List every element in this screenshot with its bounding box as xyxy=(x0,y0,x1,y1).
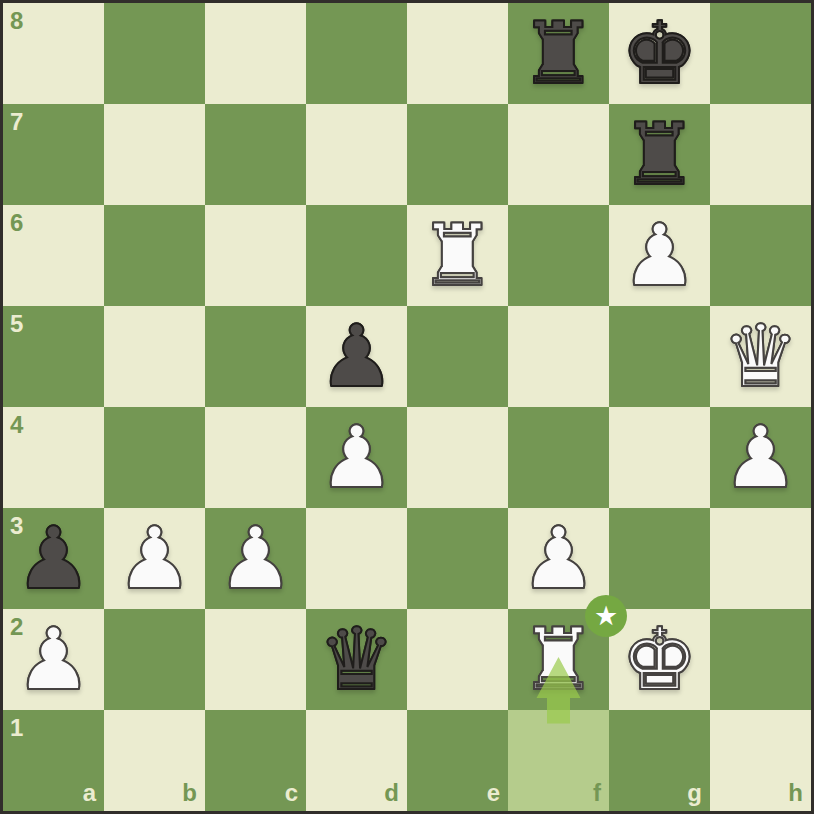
square-e4[interactable] xyxy=(407,407,508,508)
rank-label-7: 7 xyxy=(10,108,23,136)
square-d7[interactable] xyxy=(306,104,407,205)
square-c5[interactable] xyxy=(205,306,306,407)
chess-board: 8♜♚7♜6♜♟5♟♛4♟♟3♟♟♟♟2♟♛♜♚1abcdefgh xyxy=(3,3,811,811)
piece-black-queen-d2[interactable]: ♛ xyxy=(306,609,407,710)
square-f3[interactable]: ♟ xyxy=(508,508,609,609)
square-h1[interactable]: h xyxy=(710,710,811,811)
square-b1[interactable]: b xyxy=(104,710,205,811)
file-label-c: c xyxy=(285,779,298,807)
square-g5[interactable] xyxy=(609,306,710,407)
square-g6[interactable]: ♟ xyxy=(609,205,710,306)
square-f6[interactable] xyxy=(508,205,609,306)
square-g8[interactable]: ♚ xyxy=(609,3,710,104)
square-g4[interactable] xyxy=(609,407,710,508)
square-a1[interactable]: 1a xyxy=(3,710,104,811)
rank-label-5: 5 xyxy=(10,310,23,338)
square-f8[interactable]: ♜ xyxy=(508,3,609,104)
square-h5[interactable]: ♛ xyxy=(710,306,811,407)
square-c3[interactable]: ♟ xyxy=(205,508,306,609)
square-f7[interactable] xyxy=(508,104,609,205)
square-b4[interactable] xyxy=(104,407,205,508)
piece-white-pawn-c3[interactable]: ♟ xyxy=(205,508,306,609)
square-d1[interactable]: d xyxy=(306,710,407,811)
piece-black-rook-f8[interactable]: ♜ xyxy=(508,3,609,104)
square-c4[interactable] xyxy=(205,407,306,508)
piece-black-pawn-d5[interactable]: ♟ xyxy=(306,306,407,407)
square-a5[interactable]: 5 xyxy=(3,306,104,407)
piece-white-queen-h5[interactable]: ♛ xyxy=(710,306,811,407)
square-e8[interactable] xyxy=(407,3,508,104)
square-b3[interactable]: ♟ xyxy=(104,508,205,609)
piece-white-rook-f2[interactable]: ♜ xyxy=(508,609,609,710)
square-f4[interactable] xyxy=(508,407,609,508)
file-label-b: b xyxy=(182,779,197,807)
piece-white-rook-e6[interactable]: ♜ xyxy=(407,205,508,306)
square-h7[interactable] xyxy=(710,104,811,205)
square-a7[interactable]: 7 xyxy=(3,104,104,205)
square-a6[interactable]: 6 xyxy=(3,205,104,306)
rank-label-6: 6 xyxy=(10,209,23,237)
square-h2[interactable] xyxy=(710,609,811,710)
square-a2[interactable]: 2♟ xyxy=(3,609,104,710)
square-e6[interactable]: ♜ xyxy=(407,205,508,306)
square-d4[interactable]: ♟ xyxy=(306,407,407,508)
piece-white-pawn-g6[interactable]: ♟ xyxy=(609,205,710,306)
square-h6[interactable] xyxy=(710,205,811,306)
square-e1[interactable]: e xyxy=(407,710,508,811)
piece-white-pawn-h4[interactable]: ♟ xyxy=(710,407,811,508)
piece-black-rook-g7[interactable]: ♜ xyxy=(609,104,710,205)
square-e7[interactable] xyxy=(407,104,508,205)
square-c2[interactable] xyxy=(205,609,306,710)
piece-white-pawn-f3[interactable]: ♟ xyxy=(508,508,609,609)
square-a3[interactable]: 3♟ xyxy=(3,508,104,609)
square-d3[interactable] xyxy=(306,508,407,609)
rank-label-3: 3 xyxy=(10,512,23,540)
square-d5[interactable]: ♟ xyxy=(306,306,407,407)
square-b8[interactable] xyxy=(104,3,205,104)
square-c8[interactable] xyxy=(205,3,306,104)
square-d6[interactable] xyxy=(306,205,407,306)
square-g2[interactable]: ♚ xyxy=(609,609,710,710)
piece-white-king-g2[interactable]: ♚ xyxy=(609,609,710,710)
square-b6[interactable] xyxy=(104,205,205,306)
square-f1[interactable]: f xyxy=(508,710,609,811)
square-b2[interactable] xyxy=(104,609,205,710)
square-g1[interactable]: g xyxy=(609,710,710,811)
square-h3[interactable] xyxy=(710,508,811,609)
square-h4[interactable]: ♟ xyxy=(710,407,811,508)
piece-white-pawn-d4[interactable]: ♟ xyxy=(306,407,407,508)
square-e2[interactable] xyxy=(407,609,508,710)
rank-label-8: 8 xyxy=(10,7,23,35)
square-a4[interactable]: 4 xyxy=(3,407,104,508)
square-f2[interactable]: ♜ xyxy=(508,609,609,710)
square-c1[interactable]: c xyxy=(205,710,306,811)
rank-label-2: 2 xyxy=(10,613,23,641)
square-d8[interactable] xyxy=(306,3,407,104)
square-c6[interactable] xyxy=(205,205,306,306)
chess-app: 8♜♚7♜6♜♟5♟♛4♟♟3♟♟♟♟2♟♛♜♚1abcdefgh ★ xyxy=(0,0,814,814)
square-c7[interactable] xyxy=(205,104,306,205)
square-g7[interactable]: ♜ xyxy=(609,104,710,205)
square-b7[interactable] xyxy=(104,104,205,205)
square-a8[interactable]: 8 xyxy=(3,3,104,104)
file-label-a: a xyxy=(83,779,96,807)
square-d2[interactable]: ♛ xyxy=(306,609,407,710)
file-label-f: f xyxy=(593,779,601,807)
file-label-h: h xyxy=(788,779,803,807)
piece-black-king-g8[interactable]: ♚ xyxy=(609,3,710,104)
file-label-e: e xyxy=(487,779,500,807)
square-f5[interactable] xyxy=(508,306,609,407)
file-label-d: d xyxy=(384,779,399,807)
rank-label-4: 4 xyxy=(10,411,23,439)
file-label-g: g xyxy=(687,779,702,807)
piece-white-pawn-b3[interactable]: ♟ xyxy=(104,508,205,609)
square-b5[interactable] xyxy=(104,306,205,407)
square-e5[interactable] xyxy=(407,306,508,407)
square-g3[interactable] xyxy=(609,508,710,609)
rank-label-1: 1 xyxy=(10,714,23,742)
square-e3[interactable] xyxy=(407,508,508,609)
square-h8[interactable] xyxy=(710,3,811,104)
